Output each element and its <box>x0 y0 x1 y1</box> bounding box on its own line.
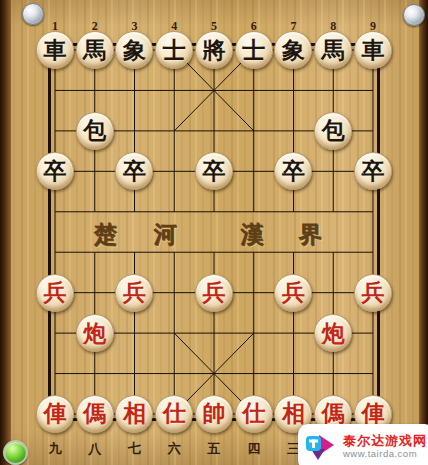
board-point-1-9[interactable] <box>35 353 75 393</box>
piece-black-elephant[interactable]: 象 <box>115 31 153 69</box>
board-point-5-6[interactable] <box>194 232 234 272</box>
board-point-4-2[interactable] <box>154 70 194 110</box>
board-point-2-2[interactable] <box>75 70 115 110</box>
screw-icon <box>403 4 425 26</box>
piece-black-elephant[interactable]: 象 <box>274 31 312 69</box>
board-point-8-9[interactable] <box>313 353 353 393</box>
board-point-3-10[interactable]: 相 <box>115 394 155 434</box>
board-point-7-9[interactable] <box>274 353 314 393</box>
piece-red-horse[interactable]: 傌 <box>76 395 114 433</box>
piece-red-elephant[interactable]: 相 <box>115 395 153 433</box>
board-point-2-10[interactable]: 傌 <box>75 394 115 434</box>
board-point-9-9[interactable] <box>353 353 393 393</box>
board-point-6-7[interactable] <box>234 272 274 312</box>
piece-black-soldier[interactable]: 卒 <box>274 152 312 190</box>
board-point-9-1[interactable]: 車 <box>353 30 393 70</box>
piece-black-general[interactable]: 將 <box>195 31 233 69</box>
board-point-8-4[interactable] <box>313 151 353 191</box>
board-point-3-8[interactable] <box>115 313 155 353</box>
board-point-1-8[interactable] <box>35 313 75 353</box>
board-point-6-1[interactable]: 士 <box>234 30 274 70</box>
piece-red-advisor[interactable]: 仕 <box>235 395 273 433</box>
board-point-9-7[interactable]: 兵 <box>353 272 393 312</box>
board-point-5-10[interactable]: 帥 <box>194 394 234 434</box>
piece-black-cannon[interactable]: 包 <box>314 112 352 150</box>
board-grid: 車馬象士將士象馬車包包卒卒卒卒卒兵兵兵兵兵炮炮俥傌相仕帥仕相傌俥 <box>35 30 393 434</box>
board-point-4-10[interactable]: 仕 <box>154 394 194 434</box>
board-point-2-6[interactable] <box>75 232 115 272</box>
board-point-1-3[interactable] <box>35 111 75 151</box>
piece-black-chariot[interactable]: 車 <box>36 31 74 69</box>
file-number-bottom-1: 九 <box>44 440 66 458</box>
board-point-5-5[interactable] <box>194 192 234 232</box>
board-point-2-1[interactable]: 馬 <box>75 30 115 70</box>
board-point-6-10[interactable]: 仕 <box>234 394 274 434</box>
piece-black-soldier[interactable]: 卒 <box>115 152 153 190</box>
board-point-3-5[interactable] <box>115 192 155 232</box>
piece-black-soldier[interactable]: 卒 <box>36 152 74 190</box>
piece-black-advisor[interactable]: 士 <box>155 31 193 69</box>
piece-black-chariot[interactable]: 車 <box>354 31 392 69</box>
piece-red-cannon[interactable]: 炮 <box>314 314 352 352</box>
piece-red-soldier[interactable]: 兵 <box>274 274 312 312</box>
piece-black-soldier[interactable]: 卒 <box>354 152 392 190</box>
board-point-7-7[interactable]: 兵 <box>274 272 314 312</box>
board-point-3-6[interactable] <box>115 232 155 272</box>
piece-red-cannon[interactable]: 炮 <box>76 314 114 352</box>
board-point-7-4[interactable]: 卒 <box>274 151 314 191</box>
board-point-8-3[interactable]: 包 <box>313 111 353 151</box>
board-point-2-4[interactable] <box>75 151 115 191</box>
board-point-1-6[interactable] <box>35 232 75 272</box>
board-point-6-8[interactable] <box>234 313 274 353</box>
board-point-5-7[interactable]: 兵 <box>194 272 234 312</box>
board-point-5-4[interactable]: 卒 <box>194 151 234 191</box>
board-point-8-7[interactable] <box>313 272 353 312</box>
board-point-4-7[interactable] <box>154 272 194 312</box>
watermark-card[interactable]: 泰尔达游戏网 www.tairda.com <box>298 424 428 465</box>
board-point-9-3[interactable] <box>353 111 393 151</box>
piece-black-cannon[interactable]: 包 <box>76 112 114 150</box>
board-point-1-4[interactable]: 卒 <box>35 151 75 191</box>
watermark-url: www.tairda.com <box>343 449 427 460</box>
board-point-1-7[interactable]: 兵 <box>35 272 75 312</box>
board-point-6-6[interactable] <box>234 232 274 272</box>
file-number-bottom-4: 六 <box>163 440 185 458</box>
piece-black-advisor[interactable]: 士 <box>235 31 273 69</box>
board-point-8-8[interactable]: 炮 <box>313 313 353 353</box>
board-point-5-8[interactable] <box>194 313 234 353</box>
piece-red-soldier[interactable]: 兵 <box>115 274 153 312</box>
board-point-8-5[interactable] <box>313 192 353 232</box>
board-point-6-4[interactable] <box>234 151 274 191</box>
piece-red-chariot[interactable]: 俥 <box>36 395 74 433</box>
board-point-2-8[interactable]: 炮 <box>75 313 115 353</box>
board-point-6-5[interactable] <box>234 192 274 232</box>
board-point-9-4[interactable]: 卒 <box>353 151 393 191</box>
board-point-4-1[interactable]: 士 <box>154 30 194 70</box>
board-point-3-3[interactable] <box>115 111 155 151</box>
board-point-8-6[interactable] <box>313 232 353 272</box>
board-point-2-5[interactable] <box>75 192 115 232</box>
piece-red-soldier[interactable]: 兵 <box>36 274 74 312</box>
board-point-7-5[interactable] <box>274 192 314 232</box>
board-point-1-1[interactable]: 車 <box>35 30 75 70</box>
piece-black-soldier[interactable]: 卒 <box>195 152 233 190</box>
board-point-5-1[interactable]: 將 <box>194 30 234 70</box>
piece-red-soldier[interactable]: 兵 <box>354 274 392 312</box>
piece-red-general[interactable]: 帥 <box>195 395 233 433</box>
board-point-5-2[interactable] <box>194 70 234 110</box>
board-point-7-1[interactable]: 象 <box>274 30 314 70</box>
piece-black-horse[interactable]: 馬 <box>76 31 114 69</box>
piece-black-horse[interactable]: 馬 <box>314 31 352 69</box>
board-point-6-3[interactable] <box>234 111 274 151</box>
board-point-6-2[interactable] <box>234 70 274 110</box>
board-point-2-7[interactable] <box>75 272 115 312</box>
board-point-8-1[interactable]: 馬 <box>313 30 353 70</box>
board-point-4-6[interactable] <box>154 232 194 272</box>
tairda-logo-icon <box>304 432 338 462</box>
screw-icon <box>22 3 44 25</box>
watermark-site-name: 泰尔达游戏网 <box>343 434 427 449</box>
board-point-9-6[interactable] <box>353 232 393 272</box>
board-point-5-9[interactable] <box>194 353 234 393</box>
board-point-3-7[interactable]: 兵 <box>115 272 155 312</box>
board-point-4-4[interactable] <box>154 151 194 191</box>
board-point-3-1[interactable]: 象 <box>115 30 155 70</box>
board-point-1-10[interactable]: 俥 <box>35 394 75 434</box>
board-point-3-2[interactable] <box>115 70 155 110</box>
file-number-bottom-3: 七 <box>124 440 146 458</box>
board-point-2-9[interactable] <box>75 353 115 393</box>
board-point-4-8[interactable] <box>154 313 194 353</box>
board-point-1-5[interactable] <box>35 192 75 232</box>
file-number-bottom-2: 八 <box>84 440 106 458</box>
board-point-9-8[interactable] <box>353 313 393 353</box>
board-point-5-3[interactable] <box>194 111 234 151</box>
piece-red-advisor[interactable]: 仕 <box>155 395 193 433</box>
board-point-4-9[interactable] <box>154 353 194 393</box>
board-point-9-5[interactable] <box>353 192 393 232</box>
board-point-4-3[interactable] <box>154 111 194 151</box>
board-point-2-3[interactable]: 包 <box>75 111 115 151</box>
file-number-bottom-6: 四 <box>243 440 265 458</box>
board-point-9-2[interactable] <box>353 70 393 110</box>
board-point-1-2[interactable] <box>35 70 75 110</box>
board-point-7-2[interactable] <box>274 70 314 110</box>
board-point-8-2[interactable] <box>313 70 353 110</box>
file-number-bottom-5: 五 <box>203 440 225 458</box>
board-point-3-9[interactable] <box>115 353 155 393</box>
piece-red-soldier[interactable]: 兵 <box>195 274 233 312</box>
board-point-7-3[interactable] <box>274 111 314 151</box>
green-status-button[interactable] <box>3 440 28 465</box>
board-point-6-9[interactable] <box>234 353 274 393</box>
xiangqi-board-window: 楚 河 漢 界 123456789 九八七六五四三二一 車馬象士將士象馬車包包卒… <box>0 0 428 465</box>
board-point-3-4[interactable]: 卒 <box>115 151 155 191</box>
board-point-4-5[interactable] <box>154 192 194 232</box>
board-point-7-8[interactable] <box>274 313 314 353</box>
board-point-7-6[interactable] <box>274 232 314 272</box>
